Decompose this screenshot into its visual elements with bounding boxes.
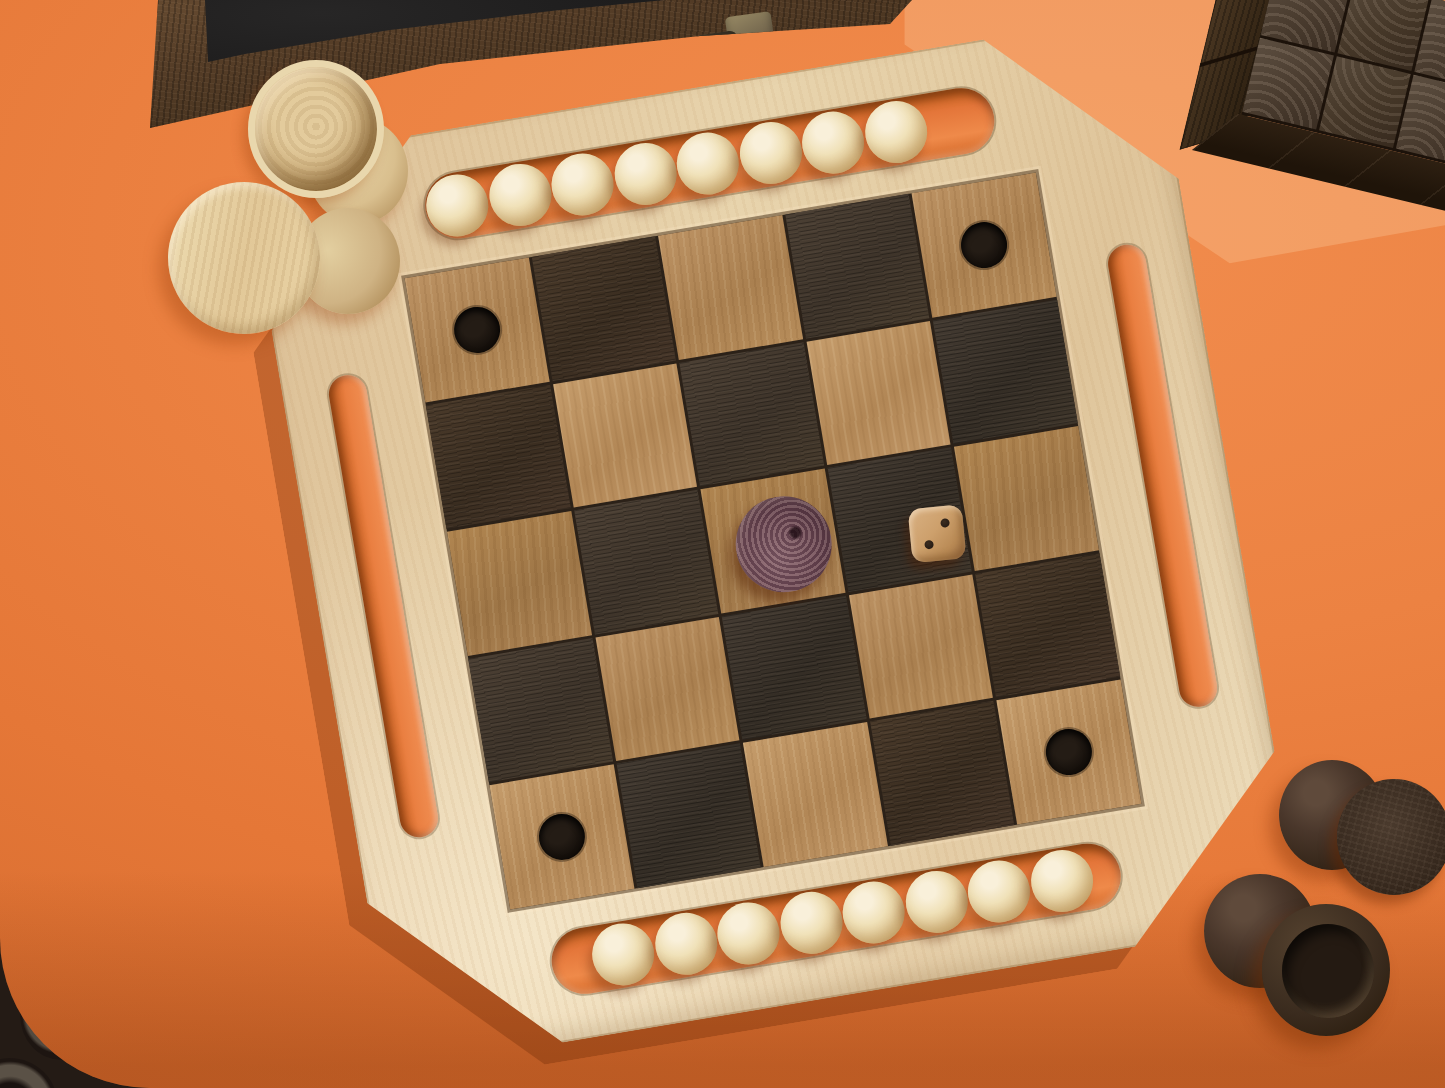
dark-oak-disc[interactable] [1337, 779, 1445, 895]
cell-r4c4-light[interactable] [849, 574, 994, 719]
tray-ball[interactable] [963, 856, 1034, 927]
maple-cup-upturned[interactable] [166, 180, 386, 338]
tray-ball[interactable] [650, 908, 721, 979]
cell-r5c2-dark[interactable] [616, 744, 761, 889]
cell-r1c5-light[interactable] [912, 173, 1057, 318]
wooden-die[interactable] [907, 505, 966, 564]
cell-r4c3-dark[interactable] [722, 596, 867, 741]
tray-ball[interactable] [547, 149, 618, 220]
cell-r1c2-dark[interactable] [531, 236, 676, 381]
cell-r4c2-light[interactable] [595, 617, 740, 762]
cube-end-grain-face [1319, 56, 1411, 148]
cell-r5c1-light[interactable] [489, 765, 634, 910]
tray-ball[interactable] [838, 877, 909, 948]
cube-end-grain-face [1242, 38, 1334, 130]
die-pip [924, 540, 934, 550]
cell-r5c3-light[interactable] [743, 722, 888, 867]
tray-ball[interactable] [860, 96, 931, 167]
board-grid [405, 173, 1142, 910]
cell-r4c5-dark[interactable] [976, 553, 1121, 698]
tray-ball[interactable] [775, 887, 846, 958]
tray-ball[interactable] [735, 117, 806, 188]
cell-r5c5-light[interactable] [997, 680, 1142, 825]
cell-r3c2-dark[interactable] [574, 490, 719, 635]
scene [0, 0, 1445, 1088]
cell-r3c1-light[interactable] [447, 511, 592, 656]
cell-r1c4-dark[interactable] [785, 194, 930, 339]
tray-ball[interactable] [587, 919, 658, 990]
tray-ball[interactable] [672, 128, 743, 199]
cell-r2c4-light[interactable] [806, 321, 951, 466]
corner-hole [535, 811, 588, 864]
corner-hole [1043, 726, 1096, 779]
dark-oak-cup[interactable] [1262, 904, 1390, 1036]
cell-r2c1-dark[interactable] [426, 384, 571, 529]
cell-r3c4-dark[interactable] [828, 447, 973, 592]
tray-ball[interactable] [713, 898, 784, 969]
tray-ball[interactable] [797, 107, 868, 178]
floor-leg-ring2-icon [0, 1058, 58, 1088]
cup-mouth [248, 60, 384, 198]
cup-flat-face [168, 182, 320, 334]
cell-r5c4-dark[interactable] [870, 701, 1015, 846]
corner-hole [958, 218, 1011, 271]
corner-hole [450, 303, 503, 356]
tray-ball[interactable] [422, 170, 493, 241]
die-pip [939, 519, 949, 529]
cell-r2c5-dark[interactable] [933, 299, 1078, 444]
cell-r3c5-light[interactable] [954, 426, 1099, 571]
tray-ball[interactable] [484, 159, 555, 230]
tray-ball[interactable] [901, 866, 972, 937]
dark-cup-bowl [1282, 924, 1374, 1018]
cell-r3c3-light[interactable] [701, 469, 846, 614]
cell-r4c1-dark[interactable] [468, 638, 613, 783]
cell-r2c3-dark[interactable] [679, 342, 824, 487]
tray-ball[interactable] [1026, 845, 1097, 916]
cell-r1c1-light[interactable] [405, 257, 550, 402]
cell-r2c2-light[interactable] [553, 363, 698, 508]
cell-r1c3-light[interactable] [658, 215, 803, 360]
purpleheart-disc-piece[interactable] [728, 489, 839, 600]
tray-ball[interactable] [609, 138, 680, 209]
